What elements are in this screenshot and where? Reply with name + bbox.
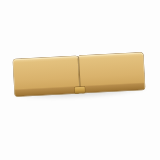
board-left-half xyxy=(13,56,80,96)
table-surface xyxy=(0,0,160,160)
mancala-board xyxy=(13,53,145,97)
brass-hinge xyxy=(75,86,85,93)
board-right-half xyxy=(78,53,145,93)
